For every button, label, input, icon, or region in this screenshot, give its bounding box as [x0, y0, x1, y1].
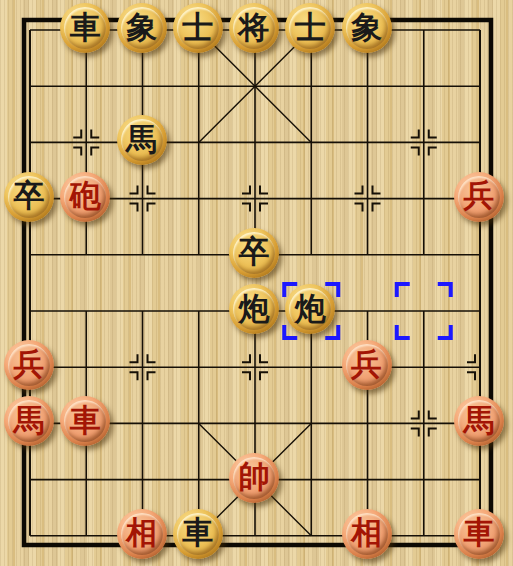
piece-glyph: 相: [351, 517, 382, 548]
piece-glyph: 馬: [464, 405, 495, 436]
piece-red-horse-a3[interactable]: 馬: [4, 396, 54, 446]
piece-black-horse-c8[interactable]: 馬: [117, 115, 167, 165]
piece-face: 兵: [458, 176, 500, 218]
piece-glyph: 象: [351, 12, 382, 43]
piece-glyph: 兵: [14, 349, 45, 380]
piece-black-chariot-d1[interactable]: 車: [173, 509, 223, 559]
piece-glyph: 卒: [14, 180, 45, 211]
piece-red-elephant-g1[interactable]: 相: [342, 509, 392, 559]
piece-glyph: 炮: [239, 293, 270, 324]
piece-face: 車: [64, 400, 106, 442]
piece-face: 馬: [121, 119, 163, 161]
piece-red-chariot-i1[interactable]: 車: [454, 509, 504, 559]
piece-glyph: 馬: [14, 405, 45, 436]
piece-glyph: 兵: [351, 349, 382, 380]
piece-glyph: 相: [126, 517, 157, 548]
piece-face: 象: [121, 7, 163, 49]
piece-glyph: 車: [182, 517, 213, 548]
piece-glyph: 士: [295, 12, 326, 43]
piece-glyph: 将: [239, 12, 270, 43]
piece-black-cannon-e5[interactable]: 炮: [229, 284, 279, 334]
piece-red-horse-i3[interactable]: 馬: [454, 396, 504, 446]
piece-red-general-e2[interactable]: 帥: [229, 453, 279, 503]
piece-red-elephant-c1[interactable]: 相: [117, 509, 167, 559]
piece-face: 車: [458, 513, 500, 555]
pieces-layer: 車象士将士象馬卒砲兵卒炮炮兵兵馬車馬帥相車相車: [0, 0, 513, 566]
piece-glyph: 帥: [239, 461, 270, 492]
piece-glyph: 象: [126, 12, 157, 43]
piece-face: 兵: [346, 344, 388, 386]
piece-black-advisor-d10[interactable]: 士: [173, 3, 223, 53]
piece-face: 象: [346, 7, 388, 49]
piece-face: 相: [346, 513, 388, 555]
piece-black-cannon-f5[interactable]: 炮: [285, 284, 335, 334]
piece-face: 相: [121, 513, 163, 555]
piece-glyph: 士: [182, 12, 213, 43]
piece-glyph: 車: [70, 12, 101, 43]
piece-face: 炮: [289, 288, 331, 330]
piece-face: 炮: [233, 288, 275, 330]
piece-black-general-e10[interactable]: 将: [229, 3, 279, 53]
piece-face: 馬: [8, 400, 50, 442]
piece-face: 卒: [233, 232, 275, 274]
piece-glyph: 車: [70, 405, 101, 436]
piece-black-elephant-g10[interactable]: 象: [342, 3, 392, 53]
piece-black-advisor-f10[interactable]: 士: [285, 3, 335, 53]
piece-glyph: 砲: [70, 180, 101, 211]
piece-face: 帥: [233, 457, 275, 499]
piece-face: 士: [177, 7, 219, 49]
piece-glyph: 卒: [239, 236, 270, 267]
piece-face: 砲: [64, 176, 106, 218]
piece-face: 兵: [8, 344, 50, 386]
piece-face: 士: [289, 7, 331, 49]
piece-red-soldier-a4[interactable]: 兵: [4, 340, 54, 390]
piece-glyph: 馬: [126, 124, 157, 155]
piece-face: 車: [64, 7, 106, 49]
piece-face: 将: [233, 7, 275, 49]
piece-glyph: 車: [464, 517, 495, 548]
xiangqi-board[interactable]: 車象士将士象馬卒砲兵卒炮炮兵兵馬車馬帥相車相車: [0, 0, 513, 566]
piece-glyph: 兵: [464, 180, 495, 211]
piece-black-soldier-e6[interactable]: 卒: [229, 228, 279, 278]
piece-red-soldier-g4[interactable]: 兵: [342, 340, 392, 390]
piece-face: 卒: [8, 176, 50, 218]
piece-black-soldier-a7[interactable]: 卒: [4, 172, 54, 222]
piece-black-chariot-b10[interactable]: 車: [60, 3, 110, 53]
piece-red-chariot-b3[interactable]: 車: [60, 396, 110, 446]
piece-face: 馬: [458, 400, 500, 442]
piece-red-cannon-b7[interactable]: 砲: [60, 172, 110, 222]
piece-black-elephant-c10[interactable]: 象: [117, 3, 167, 53]
piece-glyph: 炮: [295, 293, 326, 324]
piece-face: 車: [177, 513, 219, 555]
piece-red-soldier-i7[interactable]: 兵: [454, 172, 504, 222]
